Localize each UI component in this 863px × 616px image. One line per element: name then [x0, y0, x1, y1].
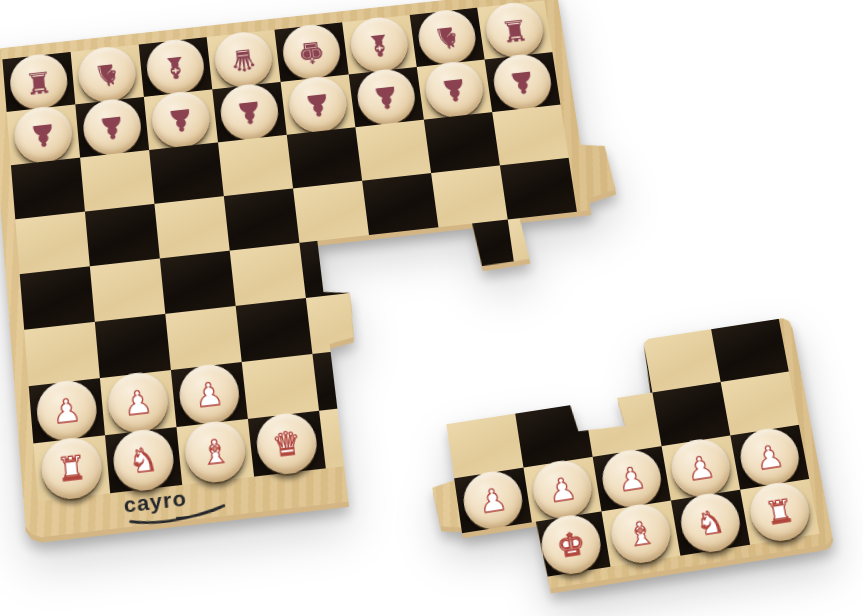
square-e1 — [319, 403, 397, 469]
piece-black-pawn-e7[interactable]: ♟ — [286, 74, 349, 135]
white-pawn-glyph: ♟ — [194, 377, 225, 412]
piece-black-knight-b8[interactable]: ♞ — [76, 44, 138, 104]
square-a8[interactable]: ♜ — [2, 52, 75, 112]
square-f5[interactable] — [362, 173, 438, 235]
white-pawn-glyph: ♟ — [477, 483, 509, 518]
square-f8[interactable]: ♝ — [342, 15, 417, 74]
square-e4 — [507, 350, 584, 414]
piece-white-knight-b1[interactable]: ♞ — [111, 427, 176, 494]
piece-white-bishop-c1[interactable]: ♝ — [183, 419, 249, 486]
square-c1[interactable]: ♝ — [177, 419, 255, 485]
square-g7[interactable]: ♟ — [417, 60, 492, 120]
square-c3[interactable] — [165, 306, 241, 370]
black-queen-glyph: ♛ — [228, 44, 258, 76]
black-bishop-glyph: ♝ — [160, 51, 190, 83]
square-d3[interactable] — [236, 298, 313, 362]
piece-white-pawn-d2[interactable]: ♟ — [460, 468, 526, 534]
piece-black-rook-a8[interactable]: ♜ — [8, 52, 69, 113]
white-pawn-glyph: ♟ — [753, 440, 786, 474]
piece-black-pawn-c7[interactable]: ♟ — [150, 89, 213, 150]
square-f4 — [369, 227, 446, 290]
square-d1[interactable]: ♛ — [248, 411, 326, 477]
square-b7[interactable]: ♟ — [75, 97, 149, 158]
square-h8[interactable]: ♜ — [477, 0, 552, 59]
square-d4 — [439, 360, 516, 424]
square-b5[interactable] — [85, 204, 160, 266]
white-bishop-glyph: ♝ — [624, 516, 657, 551]
piece-white-queen-d1[interactable]: ♛ — [254, 410, 320, 477]
square-h5[interactable] — [500, 158, 577, 220]
square-a5[interactable] — [15, 212, 90, 275]
square-e1[interactable]: ♚ — [532, 511, 611, 577]
white-king-glyph: ♚ — [555, 527, 588, 562]
white-pawn-glyph: ♟ — [51, 393, 82, 428]
square-a1[interactable]: ♜ — [33, 435, 110, 501]
piece-black-pawn-f7[interactable]: ♟ — [354, 67, 418, 128]
square-d4[interactable] — [230, 243, 306, 306]
black-pawn-glyph: ♟ — [234, 96, 265, 128]
black-pawn-glyph: ♟ — [28, 118, 58, 150]
square-h7[interactable]: ♟ — [485, 52, 561, 112]
square-d8[interactable]: ♛ — [207, 30, 281, 90]
square-d5[interactable] — [224, 188, 300, 250]
piece-black-bishop-f8[interactable]: ♝ — [348, 15, 411, 75]
square-b2[interactable]: ♟ — [100, 370, 177, 435]
piece-black-pawn-b7[interactable]: ♟ — [81, 97, 143, 158]
square-a3[interactable] — [24, 322, 100, 386]
square-e2 — [312, 346, 390, 411]
piece-black-pawn-h7[interactable]: ♟ — [490, 52, 554, 113]
square-d6[interactable] — [218, 135, 293, 196]
square-e4 — [299, 235, 376, 298]
piece-white-pawn-e2[interactable]: ♟ — [529, 457, 595, 523]
square-b8[interactable]: ♞ — [71, 45, 144, 105]
product-photo-scene: ♜♞♝♛♚♝♞♜♟♟♟♟♟♟♟♟♟♟♟♜♞♝♛ cayro ♟♟♟♟♟♚♝♞♜ — [0, 0, 863, 616]
square-h3 — [516, 266, 594, 329]
square-e6[interactable] — [287, 127, 362, 188]
square-b3[interactable] — [95, 314, 171, 378]
black-knight-glyph: ♞ — [92, 58, 122, 90]
black-king-glyph: ♚ — [296, 36, 326, 68]
black-pawn-glyph: ♟ — [507, 66, 538, 98]
square-f7[interactable]: ♟ — [349, 67, 424, 127]
square-e5[interactable] — [293, 181, 369, 243]
square-f3 — [376, 282, 453, 346]
piece-white-pawn-c2[interactable]: ♟ — [177, 362, 242, 428]
square-c5[interactable] — [154, 196, 229, 258]
white-rook-glyph: ♜ — [56, 451, 87, 486]
piece-white-rook-a1[interactable]: ♜ — [39, 435, 104, 502]
black-rook-glyph: ♜ — [499, 14, 530, 46]
square-h1[interactable]: ♜ — [740, 479, 819, 545]
square-c2[interactable]: ♟ — [171, 362, 248, 427]
white-pawn-glyph: ♟ — [684, 451, 717, 485]
square-c8[interactable]: ♝ — [139, 37, 213, 97]
square-b6[interactable] — [80, 150, 154, 212]
square-d7[interactable]: ♟ — [212, 82, 286, 142]
square-a2[interactable]: ♟ — [29, 378, 105, 443]
square-b1[interactable]: ♞ — [105, 427, 182, 493]
square-a7[interactable]: ♟ — [7, 104, 80, 165]
piece-white-bishop-f1[interactable]: ♝ — [607, 500, 674, 566]
black-pawn-glyph: ♟ — [439, 73, 470, 105]
white-bishop-glyph: ♝ — [199, 434, 231, 469]
piece-black-bishop-c8[interactable]: ♝ — [144, 37, 206, 97]
piece-white-king-e1[interactable]: ♚ — [538, 511, 605, 577]
white-pawn-glyph: ♟ — [546, 472, 578, 507]
square-b4[interactable] — [90, 258, 165, 321]
square-g5[interactable] — [431, 165, 508, 227]
piece-black-knight-g8[interactable]: ♞ — [415, 7, 479, 67]
white-rook-glyph: ♜ — [763, 494, 796, 529]
white-knight-glyph: ♞ — [128, 442, 160, 477]
square-c7[interactable]: ♟ — [144, 89, 218, 150]
piece-white-pawn-b2[interactable]: ♟ — [106, 370, 171, 436]
square-f1[interactable]: ♝ — [601, 501, 680, 567]
black-pawn-glyph: ♟ — [166, 103, 196, 135]
square-e7[interactable]: ♟ — [281, 74, 356, 134]
square-g3 — [446, 274, 524, 338]
square-h4 — [508, 212, 586, 275]
piece-white-knight-g1[interactable]: ♞ — [677, 490, 745, 556]
piece-black-rook-h8[interactable]: ♜ — [483, 0, 547, 60]
square-c4[interactable] — [160, 251, 236, 314]
square-g1[interactable]: ♞ — [671, 490, 750, 556]
square-e8[interactable]: ♚ — [274, 22, 348, 82]
white-pawn-glyph: ♟ — [122, 385, 153, 420]
black-bishop-glyph: ♝ — [364, 29, 395, 61]
square-f6[interactable] — [355, 120, 431, 181]
piece-black-king-e8[interactable]: ♚ — [280, 22, 343, 82]
piece-white-pawn-a2[interactable]: ♟ — [35, 378, 99, 444]
black-pawn-glyph: ♟ — [371, 81, 402, 113]
piece-black-pawn-a7[interactable]: ♟ — [12, 104, 74, 165]
white-knight-glyph: ♞ — [694, 505, 727, 540]
square-c6[interactable] — [149, 142, 224, 203]
square-g6[interactable] — [424, 112, 500, 173]
square-g4 — [438, 219, 515, 282]
square-d2[interactable] — [242, 354, 319, 419]
square-d1 — [462, 522, 540, 589]
piece-white-pawn-f2[interactable]: ♟ — [598, 446, 665, 511]
piece-black-pawn-g7[interactable]: ♟ — [422, 59, 486, 120]
white-queen-glyph: ♛ — [271, 426, 303, 461]
square-f4 — [575, 340, 652, 403]
square-a6[interactable] — [11, 158, 85, 220]
square-e3 — [306, 290, 383, 354]
black-knight-glyph: ♞ — [432, 21, 463, 53]
black-pawn-glyph: ♟ — [97, 111, 127, 143]
square-g8[interactable]: ♞ — [410, 8, 485, 67]
black-pawn-glyph: ♟ — [303, 88, 334, 120]
piece-white-pawn-h2[interactable]: ♟ — [736, 425, 803, 490]
piece-white-pawn-g2[interactable]: ♟ — [667, 435, 734, 500]
square-a4[interactable] — [20, 266, 95, 329]
black-rook-glyph: ♜ — [24, 66, 54, 98]
piece-black-pawn-d7[interactable]: ♟ — [218, 82, 281, 143]
square-h6[interactable] — [492, 105, 568, 166]
piece-black-queen-d8[interactable]: ♛ — [212, 29, 274, 89]
white-pawn-glyph: ♟ — [615, 461, 648, 495]
piece-white-rook-h1[interactable]: ♜ — [746, 479, 814, 545]
